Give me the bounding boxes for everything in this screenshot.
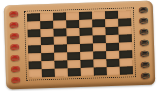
board-grid xyxy=(26,10,132,77)
board-square[interactable] xyxy=(41,68,54,76)
black-checker-piece[interactable]: ⛂ xyxy=(140,71,150,81)
board-square[interactable] xyxy=(106,66,119,74)
checkers-board: ⛂⛂⛂⛂⛂⛂⛂ ⛂⛂⛂⛂⛂⛂⛂ xyxy=(4,1,156,90)
photo-background: ⛂⛂⛂⛂⛂⛂⛂ ⛂⛂⛂⛂⛂⛂⛂ xyxy=(0,0,160,91)
board-square[interactable] xyxy=(67,67,80,75)
red-piece-tray: ⛂⛂⛂⛂⛂⛂⛂ xyxy=(4,8,26,87)
dotted-border xyxy=(23,7,135,80)
black-piece-tray: ⛂⛂⛂⛂⛂⛂⛂ xyxy=(133,4,155,83)
board-square[interactable] xyxy=(93,67,106,75)
board-square[interactable] xyxy=(28,69,41,77)
board-square[interactable] xyxy=(119,66,132,74)
red-checker-piece[interactable]: ⛂ xyxy=(11,75,21,85)
board-square[interactable] xyxy=(54,68,67,76)
board-square[interactable] xyxy=(80,67,93,75)
